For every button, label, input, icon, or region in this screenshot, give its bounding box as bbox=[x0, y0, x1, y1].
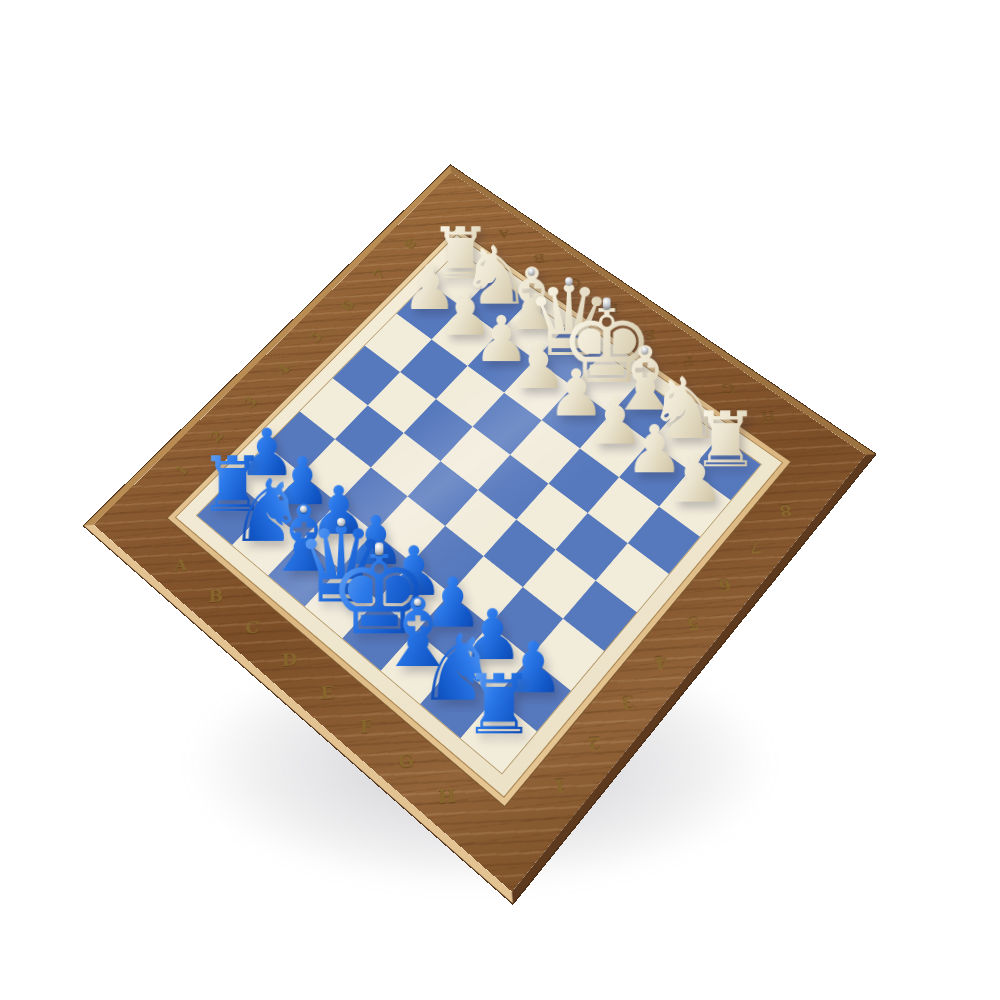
square-e5[interactable] bbox=[478, 455, 548, 520]
rank-label-3-afile-edge: 3 bbox=[233, 386, 268, 417]
perspective-stage: ♜♞♝♛♚♝♞♜♟♟♟♟♟♟♟♟♟♟♟♟♟♟♟♟♜♞♝♛♚♝♞♜ 1122334… bbox=[0, 0, 1000, 1000]
rank-label-4-afile-edge: 4 bbox=[266, 354, 301, 385]
photo-scene: Standard chess starting position: blue a… bbox=[0, 0, 1000, 1000]
chess-board-frame: ♜♞♝♛♚♝♞♜♟♟♟♟♟♟♟♟♟♟♟♟♟♟♟♟♜♞♝♛♚♝♞♜ 1122334… bbox=[94, 173, 866, 892]
silver-finial bbox=[375, 542, 383, 555]
rank-label-5-hfile-edge: 5 bbox=[678, 609, 709, 638]
rank-label-1-hfile-edge: 1 bbox=[544, 770, 575, 801]
board-outer-rim: ♜♞♝♛♚♝♞♜♟♟♟♟♟♟♟♟♟♟♟♟♟♟♟♟♜♞♝♛♚♝♞♜ 1122334… bbox=[84, 165, 876, 903]
file-label-D-rank1-edge: D bbox=[276, 645, 304, 674]
square-h1[interactable]: ♜ bbox=[461, 697, 537, 773]
rook-glyph: ♜ bbox=[462, 664, 536, 746]
piece-black-pawn-h7[interactable]: ♟ bbox=[624, 446, 766, 513]
rank-label-3-hfile-edge: 3 bbox=[612, 688, 643, 718]
file-label-A-rank1-edge: A bbox=[167, 552, 193, 579]
maple-border: ♜♞♝♛♚♝♞♜♟♟♟♟♟♟♟♟♟♟♟♟♟♟♟♟♜♞♝♛♚♝♞♜ bbox=[166, 228, 791, 808]
square-h7[interactable]: ♟ bbox=[659, 471, 731, 537]
file-label-G-rank1-edge: G bbox=[391, 745, 421, 776]
rank-label-4-hfile-edge: 4 bbox=[645, 648, 676, 677]
rank-label-5-afile-edge: 5 bbox=[299, 322, 333, 352]
file-label-H-rank1-edge: H bbox=[432, 780, 462, 811]
rank-label-7-hfile-edge: 7 bbox=[740, 534, 771, 561]
pawn-glyph: ♟ bbox=[665, 446, 725, 513]
chess-board-grid: ♜♞♝♛♚♝♞♜♟♟♟♟♟♟♟♟♟♟♟♟♟♟♟♟♜♞♝♛♚♝♞♜ bbox=[197, 252, 760, 773]
rank-label-2-hfile-edge: 2 bbox=[579, 729, 610, 760]
position-description: Standard chess starting position: blue a… bbox=[0, 0, 1, 1]
piece-white-rook-h1[interactable]: ♜ bbox=[423, 664, 574, 746]
rank-label-6-hfile-edge: 6 bbox=[709, 571, 740, 599]
rank-label-8-hfile-edge: 8 bbox=[770, 497, 801, 524]
rank-label-6-afile-edge: 6 bbox=[331, 290, 365, 320]
file-label-C-rank1-edge: C bbox=[239, 613, 266, 641]
file-label-B-rank1-edge: B bbox=[203, 582, 230, 610]
view-rotation: ♜♞♝♛♚♝♞♜♟♟♟♟♟♟♟♟♟♟♟♟♟♟♟♟♜♞♝♛♚♝♞♜ 1122334… bbox=[0, 0, 1000, 1000]
cream-inner-border: ♜♞♝♛♚♝♞♜♟♟♟♟♟♟♟♟♟♟♟♟♟♟♟♟♜♞♝♛♚♝♞♜ bbox=[175, 234, 783, 798]
file-label-E-rank1-edge: E bbox=[313, 678, 341, 707]
silver-finial bbox=[603, 297, 611, 309]
file-label-F-rank1-edge: F bbox=[352, 711, 381, 741]
silver-finial bbox=[641, 346, 648, 353]
